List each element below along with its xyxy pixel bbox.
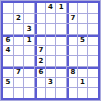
cell-r2c1-empty[interactable] (3, 14, 13, 24)
cell-r9c3-empty[interactable] (24, 88, 34, 98)
cell-r7c8-empty[interactable] (78, 67, 88, 77)
cell-r9c2-empty[interactable] (14, 88, 24, 98)
cell-r6c5-empty[interactable] (46, 56, 56, 66)
sudoku-board: 41273615472768531 (0, 0, 101, 101)
cell-r6c3-empty[interactable] (24, 56, 34, 66)
cell-r1c7-empty[interactable] (67, 3, 77, 13)
cell-r2c8-empty[interactable] (78, 14, 88, 24)
cell-r3c5-empty[interactable] (46, 24, 56, 34)
cell-r2c6-empty[interactable] (56, 14, 66, 24)
cell-r9c9-empty[interactable] (88, 88, 98, 98)
cell-r1c6-given-1[interactable]: 1 (56, 3, 66, 13)
cell-r8c4-empty[interactable] (35, 78, 45, 88)
cell-r9c5-empty[interactable] (46, 88, 56, 98)
cell-r8c3-empty[interactable] (24, 78, 34, 88)
cell-r8c2-empty[interactable] (14, 78, 24, 88)
cell-r8c6-empty[interactable] (56, 78, 66, 88)
cell-r7c7-given-8[interactable]: 8 (67, 67, 77, 77)
cell-r7c1-empty[interactable] (3, 67, 13, 77)
cell-r4c3-given-1[interactable]: 1 (24, 35, 34, 45)
cell-r5c9-empty[interactable] (88, 46, 98, 56)
cell-r1c9-empty[interactable] (88, 3, 98, 13)
cell-r3c6-empty[interactable] (56, 24, 66, 34)
cell-r7c3-empty[interactable] (24, 67, 34, 77)
cell-r2c7-given-7[interactable]: 7 (67, 14, 77, 24)
cell-r5c7-empty[interactable] (67, 46, 77, 56)
cell-r5c4-given-7[interactable]: 7 (35, 46, 45, 56)
cell-r2c3-empty[interactable] (24, 14, 34, 24)
cell-r6c8-empty[interactable] (78, 56, 88, 66)
cell-r4c4-empty[interactable] (35, 35, 45, 45)
cell-r4c1-given-6[interactable]: 6 (3, 35, 13, 45)
cell-r2c4-empty[interactable] (35, 14, 45, 24)
cell-r3c9-empty[interactable] (88, 24, 98, 34)
cell-r9c8-empty[interactable] (78, 88, 88, 98)
cell-r4c7-empty[interactable] (67, 35, 77, 45)
cell-r6c7-empty[interactable] (67, 56, 77, 66)
cell-r8c1-given-5[interactable]: 5 (3, 78, 13, 88)
cell-r9c7-empty[interactable] (67, 88, 77, 98)
cell-r8c7-empty[interactable] (67, 78, 77, 88)
cell-r3c8-empty[interactable] (78, 24, 88, 34)
cell-r9c1-empty[interactable] (3, 88, 13, 98)
cell-r3c3-given-3[interactable]: 3 (24, 24, 34, 34)
cell-r6c9-empty[interactable] (88, 56, 98, 66)
cell-r1c8-empty[interactable] (78, 3, 88, 13)
cell-r9c6-empty[interactable] (56, 88, 66, 98)
cell-r3c2-empty[interactable] (14, 24, 24, 34)
cell-r9c4-empty[interactable] (35, 88, 45, 98)
cell-r5c5-empty[interactable] (46, 46, 56, 56)
cell-r6c1-empty[interactable] (3, 56, 13, 66)
cell-r6c2-empty[interactable] (14, 56, 24, 66)
cell-r6c4-given-2[interactable]: 2 (35, 56, 45, 66)
cell-r8c9-empty[interactable] (88, 78, 98, 88)
cell-r6c6-empty[interactable] (56, 56, 66, 66)
cell-r7c5-empty[interactable] (46, 67, 56, 77)
cell-r4c5-empty[interactable] (46, 35, 56, 45)
cell-r4c6-empty[interactable] (56, 35, 66, 45)
cell-r3c1-empty[interactable] (3, 24, 13, 34)
cell-r1c3-empty[interactable] (24, 3, 34, 13)
cell-r1c1-empty[interactable] (3, 3, 13, 13)
cell-r1c5-given-4[interactable]: 4 (46, 3, 56, 13)
cell-r4c8-given-5[interactable]: 5 (78, 35, 88, 45)
cell-r2c9-empty[interactable] (88, 14, 98, 24)
cell-r7c6-empty[interactable] (56, 67, 66, 77)
cell-r8c8-given-1[interactable]: 1 (78, 78, 88, 88)
cell-r1c2-empty[interactable] (14, 3, 24, 13)
cell-r4c2-empty[interactable] (14, 35, 24, 45)
cell-r8c5-given-3[interactable]: 3 (46, 78, 56, 88)
cell-r7c2-given-7[interactable]: 7 (14, 67, 24, 77)
cell-r7c4-given-6[interactable]: 6 (35, 67, 45, 77)
cell-r2c5-empty[interactable] (46, 14, 56, 24)
cell-r5c2-empty[interactable] (14, 46, 24, 56)
cell-r1c4-empty[interactable] (35, 3, 45, 13)
cell-r4c9-empty[interactable] (88, 35, 98, 45)
cell-r3c7-empty[interactable] (67, 24, 77, 34)
cell-r5c8-empty[interactable] (78, 46, 88, 56)
cell-r3c4-empty[interactable] (35, 24, 45, 34)
cell-r5c6-empty[interactable] (56, 46, 66, 56)
cell-r2c2-given-2[interactable]: 2 (14, 14, 24, 24)
cell-r5c3-empty[interactable] (24, 46, 34, 56)
cell-r7c9-empty[interactable] (88, 67, 98, 77)
sudoku-grid: 41273615472768531 (1, 1, 100, 100)
cell-r5c1-given-4[interactable]: 4 (3, 46, 13, 56)
